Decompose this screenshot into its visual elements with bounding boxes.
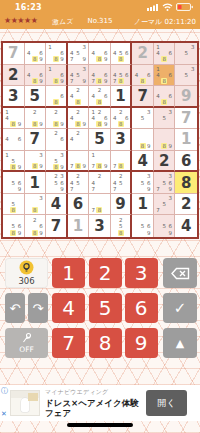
candidate-2: 2 (32, 217, 38, 223)
pencil-marks: 35 (175, 65, 197, 86)
cell-r4c7[interactable]: 35 (132, 108, 154, 130)
candidate-5: 5 (161, 180, 167, 186)
candidate-5: 5 (161, 115, 167, 121)
candidate-8: 8 (32, 207, 38, 213)
pencil-marks: 468 (154, 86, 175, 106)
erase-button[interactable] (163, 258, 197, 288)
cell-r3c3[interactable]: 68 (46, 86, 68, 108)
ad-advertiser: マイナビウエディング (45, 388, 143, 397)
cell-r7c6[interactable]: 2457 (111, 172, 133, 194)
digit-button-9[interactable]: 9 (125, 328, 158, 358)
candidate-8: 8 (96, 56, 102, 62)
candidate-5: 5 (75, 180, 81, 186)
candidate-8: 8 (10, 164, 16, 170)
status-icons (147, 3, 194, 11)
candidate-7: 7 (69, 186, 75, 192)
big-digit: 7 (3, 43, 24, 64)
candidate-5: 5 (10, 180, 16, 186)
candidate-1: 1 (4, 152, 10, 158)
pencil-marks: 357 (154, 194, 175, 215)
pencil-marks: 289 (25, 108, 46, 129)
cell-r3c8[interactable]: 468 (154, 86, 176, 108)
cell-r3c7[interactable]: 7 (132, 86, 154, 108)
cell-r1c8[interactable]: 1468 (154, 43, 176, 65)
pencil-marks: 258 (111, 215, 131, 237)
candidate-6: 6 (124, 72, 130, 78)
candidate-8: 8 (32, 163, 38, 169)
cell-r5c2[interactable]: 7 (25, 129, 47, 151)
candidate-2: 2 (96, 109, 102, 115)
candidate-4: 4 (69, 50, 75, 56)
cell-r2c6[interactable]: 45678 (111, 65, 133, 87)
pencil-marks: 569 (154, 215, 175, 237)
cell-r9c1[interactable]: 5689 (3, 215, 25, 237)
top-bar: 16:23 ★★★★★ 激ムズ (0, 0, 200, 29)
candidate-2: 2 (118, 109, 124, 115)
pencil-pin-toggle[interactable]: OFF (5, 328, 48, 358)
pencil-marks: 34579 (68, 43, 89, 64)
cell-r2c7[interactable]: 468 (132, 65, 154, 87)
candidate-6: 6 (59, 72, 65, 78)
candidate-4: 4 (69, 136, 75, 142)
digit-button-4[interactable]: 4 (52, 293, 85, 323)
pencil-marks: 2468 (89, 86, 110, 106)
cell-r9c8[interactable]: 569 (154, 215, 176, 237)
pencil-marks: 26 (46, 129, 66, 150)
cell-r9c7[interactable]: 569 (132, 215, 154, 237)
cell-r5c1[interactable]: 46 (3, 129, 25, 151)
cell-r2c4[interactable]: 34579 (68, 65, 90, 87)
cell-r7c2[interactable]: 1 (25, 172, 47, 194)
cell-r6c1[interactable]: 1589 (3, 151, 25, 173)
candidate-8: 8 (96, 121, 102, 127)
cell-r4c5[interactable]: 124689 (89, 108, 111, 130)
cell-r6c9[interactable]: 6 (175, 151, 197, 173)
status-time: 16:23 (15, 3, 42, 12)
cell-r8c7[interactable]: 1 (132, 194, 154, 216)
candidate-9: 9 (81, 121, 87, 127)
candidate-6: 6 (167, 93, 173, 99)
candidate-5: 5 (183, 50, 189, 56)
cell-r2c3[interactable]: 1689 (46, 65, 68, 87)
pencil-marks: 35679 (154, 172, 175, 193)
cell-r5c6[interactable]: 3 (111, 129, 133, 151)
digit-button-6[interactable]: 6 (125, 293, 158, 323)
candidate-1: 1 (47, 44, 53, 50)
candidate-2: 2 (75, 173, 81, 179)
cell-r7c8[interactable]: 35679 (154, 172, 176, 194)
candidate-8: 8 (118, 230, 124, 236)
pencil-marks: 569 (3, 172, 24, 193)
pencil-marks: 34579 (68, 65, 89, 86)
candidate-6: 6 (103, 72, 109, 78)
cell-r5c5[interactable]: 5 (89, 129, 111, 151)
pencil-marks: 1468 (154, 65, 175, 86)
cell-r1c2[interactable]: 4689 (25, 43, 47, 65)
candidate-8: 8 (161, 56, 167, 62)
cell-r8c1[interactable]: 58 (3, 194, 25, 216)
candidate-3: 3 (167, 173, 173, 179)
candidate-5: 5 (10, 158, 16, 164)
big-digit: 2 (154, 151, 175, 171)
candidate-2: 2 (118, 217, 124, 223)
candidate-4: 4 (69, 72, 75, 78)
cell-r4c6[interactable]: 2468 (111, 108, 133, 130)
wifi-icon (162, 3, 173, 11)
big-digit: 2 (3, 65, 24, 86)
ad-title: ドレス×ヘアメイク体験 フェア (45, 398, 143, 418)
pencil-marks: 1468 (154, 43, 175, 64)
candidate-9: 9 (81, 163, 87, 169)
cell-r3c1[interactable]: 3 (3, 86, 25, 108)
candidate-8: 8 (10, 230, 16, 236)
cell-r6c4[interactable]: 789 (68, 151, 90, 173)
digit-button-7[interactable]: 7 (52, 328, 85, 358)
undo-button[interactable]: ↶ (5, 293, 25, 323)
candidate-9: 9 (146, 230, 152, 236)
candidate-6: 6 (167, 72, 173, 78)
pencil-marks: 124689 (89, 108, 110, 129)
candidate-2: 2 (118, 173, 124, 179)
candidate-9: 9 (146, 143, 152, 149)
big-digit: 1 (175, 129, 197, 150)
cell-r4c3[interactable]: 289 (46, 108, 68, 130)
candidate-9: 9 (38, 78, 44, 84)
cell-r6c6[interactable]: 78 (111, 151, 133, 173)
cell-r6c5[interactable]: 1789 (89, 151, 111, 173)
ad-thumbnail (10, 390, 40, 416)
cell-r4c4[interactable]: 2489 (68, 108, 90, 130)
big-digit: 5 (25, 86, 46, 106)
candidate-2: 2 (96, 87, 102, 93)
cell-r8c2[interactable]: 38 (25, 194, 47, 216)
candidate-4: 4 (26, 72, 32, 78)
pencil-marks: 3569 (132, 172, 153, 193)
candidate-9: 9 (59, 186, 65, 192)
pencil-marks: 4689 (25, 65, 46, 86)
cell-r7c9[interactable]: 8 (175, 172, 197, 194)
pin-off-label: OFF (19, 345, 34, 354)
candidate-2: 2 (32, 109, 38, 115)
pencil-marks: 89 (132, 129, 153, 150)
candidate-4: 4 (112, 115, 118, 121)
candidate-4: 4 (90, 115, 96, 121)
pencil-marks: 569 (132, 215, 153, 237)
cell-r7c4[interactable]: 2457 (68, 172, 90, 194)
cell-r9c4[interactable]: 1 (68, 215, 90, 237)
candidate-7: 7 (90, 207, 96, 213)
cell-r3c4[interactable]: 248 (68, 86, 90, 108)
cell-r6c8[interactable]: 2 (154, 151, 176, 173)
cell-r3c2[interactable]: 5 (25, 86, 47, 108)
cell-r3c9[interactable]: 9 (175, 86, 197, 108)
cell-r1c6[interactable]: 4568 (111, 43, 133, 65)
candidate-6: 6 (167, 180, 173, 186)
ad-text: マイナビウエディング ドレス×ヘアメイク体験 フェア (45, 388, 143, 418)
pencil-marks: 24 (68, 129, 89, 150)
candidate-8: 8 (32, 56, 38, 62)
candidate-9: 9 (38, 230, 44, 236)
home-indicator[interactable] (67, 423, 133, 427)
cell-r8c3[interactable]: 4 (46, 194, 68, 216)
candidate-7: 7 (155, 186, 161, 192)
cell-r1c3[interactable]: 1689 (46, 43, 68, 65)
candidate-6: 6 (124, 50, 130, 56)
candidate-7: 7 (112, 163, 118, 169)
candidate-8: 8 (96, 207, 102, 213)
cell-r3c6[interactable]: 1 (111, 86, 133, 108)
candidate-9: 9 (38, 121, 44, 127)
pencil-marks: 4689 (89, 43, 110, 64)
pencil-marks: 1689 (46, 65, 66, 86)
cell-r8c9[interactable]: 2 (175, 194, 197, 216)
cell-r5c8[interactable]: 89 (154, 129, 176, 151)
big-digit: 1 (132, 194, 153, 215)
cell-r4c1[interactable]: 1489 (3, 108, 25, 130)
cell-r6c3[interactable]: 3589 (46, 151, 68, 173)
candidate-9: 9 (167, 186, 173, 192)
up-triangle-icon: ▲ (176, 337, 184, 350)
confirm-button[interactable]: ✓ (163, 293, 197, 323)
collapse-keypad-button[interactable]: ▲ (163, 328, 197, 358)
candidate-4: 4 (69, 115, 75, 121)
cell-r9c6[interactable]: 258 (111, 215, 133, 237)
candidate-9: 9 (167, 143, 173, 149)
candidate-7: 7 (69, 56, 75, 62)
pencil-marks: 2457 (111, 172, 131, 193)
sudoku-app: 16:23 ★★★★★ 激ムズ (0, 0, 200, 433)
candidate-9: 9 (146, 186, 152, 192)
pencil-marks: 4568 (111, 43, 131, 64)
candidate-9: 9 (38, 163, 44, 169)
cell-r7c7[interactable]: 3569 (132, 172, 154, 194)
ad-side-icons: ⓘ ✕ (1, 388, 9, 418)
candidate-4: 4 (4, 136, 10, 142)
candidate-3: 3 (190, 44, 196, 50)
digit-button-2[interactable]: 2 (89, 258, 122, 288)
cell-r9c3[interactable]: 7 (46, 215, 68, 237)
big-digit: 7 (175, 108, 197, 129)
cell-r8c4[interactable]: 6 (68, 194, 90, 216)
candidate-1: 1 (155, 66, 161, 72)
candidate-9: 9 (81, 56, 87, 62)
cell-r8c6[interactable]: 9 (111, 194, 133, 216)
candidate-1: 1 (90, 152, 96, 158)
cell-r1c9[interactable]: 35 (175, 43, 197, 65)
cell-r2c9[interactable]: 35 (175, 65, 197, 87)
pencil-marks: 35 (132, 108, 153, 129)
pencil-marks: 3589 (46, 151, 66, 171)
pencil-marks: 78 (111, 151, 131, 171)
candidate-8: 8 (75, 163, 81, 169)
candidate-6: 6 (103, 115, 109, 121)
candidate-8: 8 (32, 78, 38, 84)
undo-icon: ↶ (10, 302, 21, 315)
cell-r2c8[interactable]: 1468 (154, 65, 176, 87)
candidate-9: 9 (38, 56, 44, 62)
candidate-9: 9 (59, 78, 65, 84)
status-bar: 16:23 (0, 1, 200, 14)
pencil-marks: 2689 (25, 215, 46, 237)
pencil-marks: 248 (68, 86, 89, 106)
cell-r8c8[interactable]: 357 (154, 194, 176, 216)
candidate-5: 5 (140, 223, 146, 229)
big-digit: 1 (111, 86, 131, 106)
candidate-6: 6 (38, 50, 44, 56)
candidate-5: 5 (161, 201, 167, 207)
ad-banner[interactable]: ⓘ ✕ マイナビウエディング ドレス×ヘアメイク体験 フェア 開く (0, 385, 200, 421)
cell-r7c3[interactable]: 23569 (46, 172, 68, 194)
candidate-2: 2 (53, 130, 59, 136)
cell-r2c2[interactable]: 4689 (25, 65, 47, 87)
candidate-6: 6 (103, 50, 109, 56)
big-digit: 2 (132, 43, 153, 64)
cell-r6c7[interactable]: 4 (132, 151, 154, 173)
candidate-6: 6 (16, 180, 22, 186)
candidate-8: 8 (161, 99, 167, 105)
candidate-8: 8 (53, 99, 59, 105)
pencil-marks: 2489 (68, 108, 89, 129)
big-digit: 8 (175, 172, 197, 193)
big-digit: 3 (89, 215, 110, 237)
cell-r6c2[interactable]: 389 (25, 151, 47, 173)
candidate-6: 6 (167, 223, 173, 229)
candidate-3: 3 (167, 109, 173, 115)
big-digit: 7 (25, 129, 46, 150)
candidate-3: 3 (167, 195, 173, 201)
digit-button-1[interactable]: 1 (52, 258, 85, 288)
pencil-marks: 468 (132, 65, 153, 86)
ad-open-button[interactable]: 開く (146, 390, 187, 416)
candidate-3: 3 (146, 109, 152, 115)
big-digit: 6 (175, 151, 197, 171)
cell-r1c7[interactable]: 2 (132, 43, 154, 65)
candidate-8: 8 (161, 143, 167, 149)
mode-label: ノーマル (134, 18, 163, 26)
big-digit: 9 (111, 194, 131, 215)
big-digit: 7 (46, 215, 66, 237)
candidate-7: 7 (69, 163, 75, 169)
cell-r3c5[interactable]: 2468 (89, 86, 111, 108)
pencil-marks: 2457 (68, 172, 89, 193)
cell-r5c3[interactable]: 26 (46, 129, 68, 151)
candidate-7: 7 (112, 78, 118, 84)
cell-r1c1[interactable]: 7 (3, 43, 25, 65)
candidate-9: 9 (103, 56, 109, 62)
cell-r1c5[interactable]: 4689 (89, 43, 111, 65)
cell-r5c7[interactable]: 89 (132, 129, 154, 151)
candidate-4: 4 (90, 50, 96, 56)
candidate-8: 8 (75, 121, 81, 127)
candidate-4: 4 (155, 50, 161, 56)
redo-button[interactable]: ↷ (28, 293, 48, 323)
digit-button-5[interactable]: 5 (89, 293, 122, 323)
candidate-4: 4 (90, 93, 96, 99)
digit-button-3[interactable]: 3 (125, 258, 158, 288)
candidate-4: 4 (26, 50, 32, 56)
candidate-3: 3 (59, 173, 65, 179)
pencil-marks: 1789 (89, 151, 110, 171)
cell-r9c2[interactable]: 2689 (25, 215, 47, 237)
candidate-9: 9 (16, 230, 22, 236)
candidate-1: 1 (155, 44, 161, 50)
digit-button-8[interactable]: 8 (89, 328, 122, 358)
candidate-6: 6 (59, 180, 65, 186)
pencil-marks: 89 (154, 129, 175, 150)
cell-r7c1[interactable]: 569 (3, 172, 25, 194)
cell-r4c9[interactable]: 7 (175, 108, 197, 130)
candidate-1: 1 (90, 109, 96, 115)
ad-close-icon[interactable]: ✕ (1, 411, 7, 418)
ad-info-icon[interactable]: ⓘ (1, 388, 8, 395)
cell-r9c5[interactable]: 3 (89, 215, 111, 237)
candidate-8: 8 (118, 78, 124, 84)
cell-r4c2[interactable]: 289 (25, 108, 47, 130)
ad-title-line2: フェア (45, 408, 71, 418)
pencil-marks: 68 (46, 86, 66, 106)
candidate-9: 9 (59, 164, 65, 170)
cell-r1c4[interactable]: 34579 (68, 43, 90, 65)
candidate-8: 8 (10, 207, 16, 213)
check-icon: ✓ (174, 299, 187, 317)
candidate-6: 6 (59, 50, 65, 56)
candidate-9: 9 (81, 78, 87, 84)
candidate-6: 6 (38, 72, 44, 78)
ad-title-line1: ドレス×ヘアメイク体験 (45, 398, 139, 408)
candidate-2: 2 (96, 173, 102, 179)
candidate-8: 8 (32, 230, 38, 236)
cell-r7c5[interactable]: 247 (89, 172, 111, 194)
pencil-marks: 23569 (46, 172, 66, 193)
candidate-2: 2 (75, 87, 81, 93)
cell-r4c8[interactable]: 35 (154, 108, 176, 130)
battery-icon (176, 3, 194, 11)
cell-r8c5[interactable]: 78 (89, 194, 111, 216)
cell-r2c1[interactable]: 2 (3, 65, 25, 87)
candidate-9: 9 (16, 164, 22, 170)
candidate-3: 3 (81, 44, 87, 50)
hint-button[interactable]: 306 (5, 258, 48, 288)
cell-r5c9[interactable]: 1 (175, 129, 197, 151)
candidate-1: 1 (4, 109, 10, 115)
candidate-4: 4 (155, 93, 161, 99)
big-digit: 3 (111, 129, 131, 150)
candidate-9: 9 (103, 163, 109, 169)
candidate-5: 5 (118, 180, 124, 186)
candidate-3: 3 (38, 195, 44, 201)
candidate-9: 9 (16, 121, 22, 127)
cell-r5c4[interactable]: 24 (68, 129, 90, 151)
candidate-6: 6 (146, 72, 152, 78)
big-digit: 9 (175, 86, 197, 106)
elapsed-timer: 02:11:20 (165, 18, 196, 26)
pencil-marks: 45678 (111, 65, 131, 86)
lightbulb-icon (19, 260, 34, 275)
big-digit: 4 (132, 151, 153, 171)
candidate-8: 8 (96, 99, 102, 105)
pencil-marks: 389 (25, 151, 46, 171)
candidate-7: 7 (69, 78, 75, 84)
cell-r9c9[interactable]: 4 (175, 215, 197, 237)
candidate-7: 7 (155, 207, 161, 213)
pin-icon (21, 332, 33, 344)
candidate-4: 4 (4, 115, 10, 121)
cell-r2c5[interactable]: 46789 (89, 65, 111, 87)
candidate-5: 5 (75, 72, 81, 78)
candidate-7: 7 (112, 186, 118, 192)
candidate-8: 8 (118, 56, 124, 62)
candidate-3: 3 (38, 152, 44, 158)
